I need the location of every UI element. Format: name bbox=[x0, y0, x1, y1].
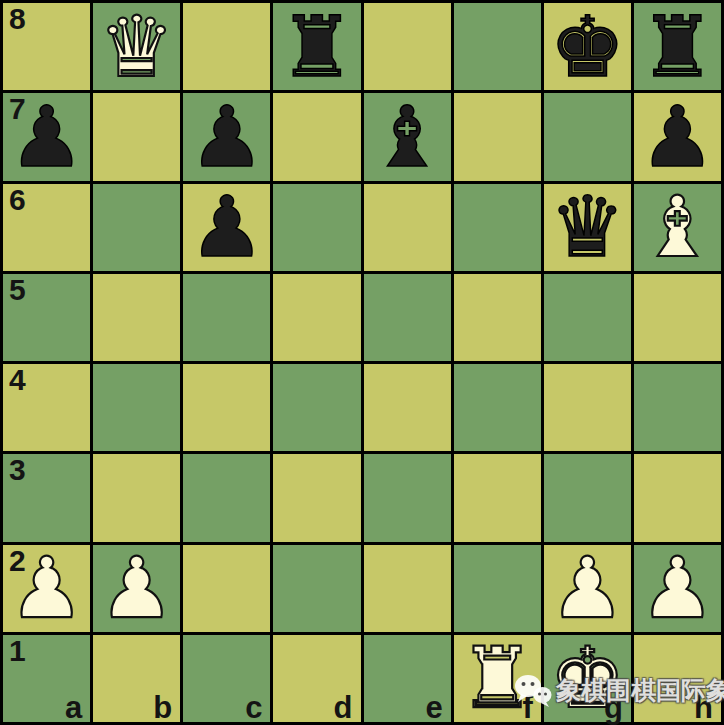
white-bishop-piece: ♝ bbox=[640, 185, 715, 269]
square-d5[interactable] bbox=[273, 274, 360, 361]
square-e1[interactable]: e bbox=[364, 635, 451, 722]
white-king-piece: ♚ bbox=[550, 636, 625, 720]
rank-label-3: 3 bbox=[9, 454, 26, 486]
square-e6[interactable] bbox=[364, 184, 451, 271]
square-h8[interactable]: ♜ bbox=[634, 3, 721, 90]
square-h3[interactable] bbox=[634, 454, 721, 541]
white-pawn-piece: ♟ bbox=[550, 546, 625, 630]
square-f2[interactable] bbox=[454, 545, 541, 632]
square-h5[interactable] bbox=[634, 274, 721, 361]
rank-label-5: 5 bbox=[9, 274, 26, 306]
square-f4[interactable] bbox=[454, 364, 541, 451]
square-h4[interactable] bbox=[634, 364, 721, 451]
chess-board: 8♛♜♚♜7♟♟♝♟6♟♛♝5432♟♟♟♟1abcdef♜g♚h bbox=[0, 0, 724, 725]
square-c5[interactable] bbox=[183, 274, 270, 361]
square-b4[interactable] bbox=[93, 364, 180, 451]
square-a8[interactable]: 8 bbox=[3, 3, 90, 90]
square-a7[interactable]: 7♟ bbox=[3, 93, 90, 180]
black-bishop-piece: ♝ bbox=[369, 95, 444, 179]
rank-label-6: 6 bbox=[9, 184, 26, 216]
square-a1[interactable]: 1a bbox=[3, 635, 90, 722]
square-f5[interactable] bbox=[454, 274, 541, 361]
square-a4[interactable]: 4 bbox=[3, 364, 90, 451]
square-a3[interactable]: 3 bbox=[3, 454, 90, 541]
file-label-a: a bbox=[65, 691, 82, 724]
square-h7[interactable]: ♟ bbox=[634, 93, 721, 180]
square-b5[interactable] bbox=[93, 274, 180, 361]
square-a6[interactable]: 6 bbox=[3, 184, 90, 271]
square-h1[interactable]: h bbox=[634, 635, 721, 722]
square-f6[interactable] bbox=[454, 184, 541, 271]
square-g5[interactable] bbox=[544, 274, 631, 361]
black-pawn-piece: ♟ bbox=[189, 185, 264, 269]
rank-label-4: 4 bbox=[9, 364, 26, 396]
square-g2[interactable]: ♟ bbox=[544, 545, 631, 632]
square-b2[interactable]: ♟ bbox=[93, 545, 180, 632]
square-b8[interactable]: ♛ bbox=[93, 3, 180, 90]
square-d8[interactable]: ♜ bbox=[273, 3, 360, 90]
black-rook-piece: ♜ bbox=[640, 5, 715, 89]
square-c1[interactable]: c bbox=[183, 635, 270, 722]
square-e5[interactable] bbox=[364, 274, 451, 361]
square-d6[interactable] bbox=[273, 184, 360, 271]
file-label-c: c bbox=[245, 691, 262, 724]
square-g7[interactable] bbox=[544, 93, 631, 180]
square-h2[interactable]: ♟ bbox=[634, 545, 721, 632]
square-b1[interactable]: b bbox=[93, 635, 180, 722]
rank-label-8: 8 bbox=[9, 3, 26, 35]
black-queen-piece: ♛ bbox=[550, 185, 625, 269]
square-g3[interactable] bbox=[544, 454, 631, 541]
square-f8[interactable] bbox=[454, 3, 541, 90]
file-label-d: d bbox=[334, 691, 353, 724]
white-pawn-piece: ♟ bbox=[640, 546, 715, 630]
black-pawn-piece: ♟ bbox=[9, 95, 84, 179]
square-d3[interactable] bbox=[273, 454, 360, 541]
black-king-piece: ♚ bbox=[550, 5, 625, 89]
black-rook-piece: ♜ bbox=[279, 5, 354, 89]
square-c2[interactable] bbox=[183, 545, 270, 632]
square-c4[interactable] bbox=[183, 364, 270, 451]
square-c8[interactable] bbox=[183, 3, 270, 90]
square-d2[interactable] bbox=[273, 545, 360, 632]
square-a2[interactable]: 2♟ bbox=[3, 545, 90, 632]
square-e2[interactable] bbox=[364, 545, 451, 632]
white-rook-piece: ♜ bbox=[460, 636, 535, 720]
square-a5[interactable]: 5 bbox=[3, 274, 90, 361]
square-c6[interactable]: ♟ bbox=[183, 184, 270, 271]
black-pawn-piece: ♟ bbox=[189, 95, 264, 179]
square-f1[interactable]: f♜ bbox=[454, 635, 541, 722]
square-d1[interactable]: d bbox=[273, 635, 360, 722]
rank-label-1: 1 bbox=[9, 635, 26, 667]
square-g6[interactable]: ♛ bbox=[544, 184, 631, 271]
square-d4[interactable] bbox=[273, 364, 360, 451]
square-b3[interactable] bbox=[93, 454, 180, 541]
square-f7[interactable] bbox=[454, 93, 541, 180]
square-g4[interactable] bbox=[544, 364, 631, 451]
square-d7[interactable] bbox=[273, 93, 360, 180]
square-e7[interactable]: ♝ bbox=[364, 93, 451, 180]
square-b6[interactable] bbox=[93, 184, 180, 271]
file-label-e: e bbox=[425, 691, 442, 724]
black-pawn-piece: ♟ bbox=[640, 95, 715, 179]
square-f3[interactable] bbox=[454, 454, 541, 541]
white-pawn-piece: ♟ bbox=[99, 546, 174, 630]
square-e4[interactable] bbox=[364, 364, 451, 451]
square-e3[interactable] bbox=[364, 454, 451, 541]
square-h6[interactable]: ♝ bbox=[634, 184, 721, 271]
square-g8[interactable]: ♚ bbox=[544, 3, 631, 90]
square-b7[interactable] bbox=[93, 93, 180, 180]
file-label-h: h bbox=[694, 691, 713, 724]
square-c7[interactable]: ♟ bbox=[183, 93, 270, 180]
white-queen-piece: ♛ bbox=[99, 5, 174, 89]
square-g1[interactable]: g♚ bbox=[544, 635, 631, 722]
file-label-b: b bbox=[153, 691, 172, 724]
square-c3[interactable] bbox=[183, 454, 270, 541]
square-e8[interactable] bbox=[364, 3, 451, 90]
white-pawn-piece: ♟ bbox=[9, 546, 84, 630]
